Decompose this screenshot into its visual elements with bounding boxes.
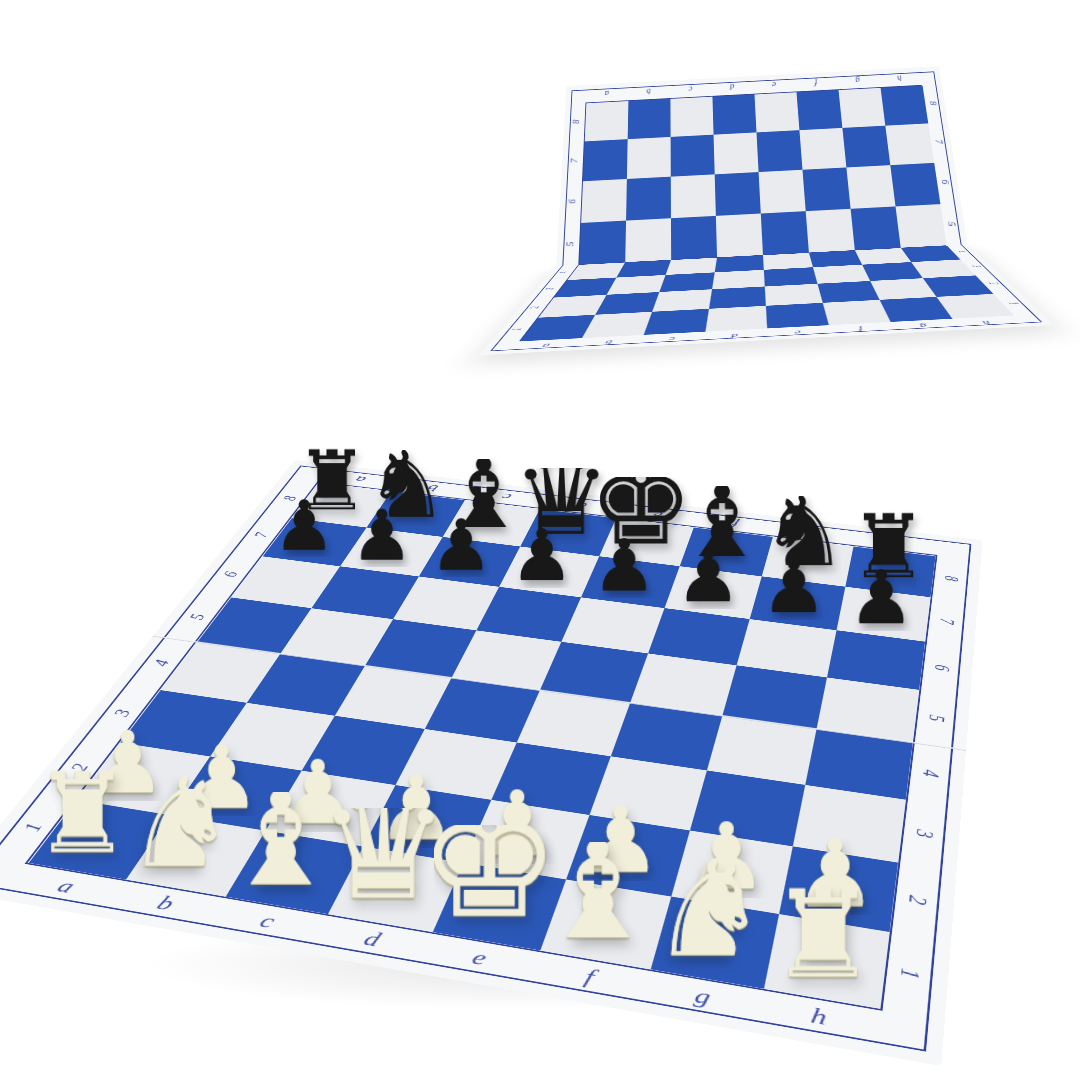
folded-rank-label-8: 8 [912,96,956,110]
folded-file-label-a: a [586,87,628,100]
folded-file-label-d: d [711,80,753,93]
folded-square-b6 [626,177,671,221]
folded-square-f7 [799,128,846,170]
folded-rank-label-5: 5 [929,216,976,232]
folded-file-label-f: f [794,76,837,89]
folded-square-c6 [671,174,716,218]
squares-grid [29,483,936,1009]
folded-square-b7 [627,137,671,179]
folded-file-label-c: c [669,82,711,95]
folded-file-label-e: e [753,78,795,91]
folded-square-d6 [715,172,761,216]
folded-square-e5 [761,211,809,257]
main-board-perspective: abcdefgh abcdefgh 87654321 87654321 ♜♞♝♛… [70,272,1010,1080]
folded-file-label-h: h [878,71,921,84]
folded-square-f6 [802,167,850,211]
folded-square-f5 [806,209,855,255]
folded-square-g5 [851,206,901,252]
folded-square-d7 [714,132,759,174]
folded-square-c5 [671,216,717,262]
folded-rank-label-6: 6 [923,174,969,189]
folded-rank-label-6: 6 [549,194,594,209]
folded-square-g8 [839,88,886,128]
folded-square-g6 [846,165,895,209]
folded-squares-grid [578,85,945,266]
folded-board-upper-perspective: abcdefgh87658765 [546,40,968,267]
folded-square-d5 [716,214,763,260]
folded-rank-label-5: 5 [546,236,592,252]
folded-square-e6 [759,170,806,214]
folded-rank-label-7: 7 [551,154,595,168]
folded-square-b5 [625,218,671,264]
folded-square-g7 [842,126,890,168]
folded-square-c8 [670,97,713,137]
folded-rank-label-8: 8 [554,115,597,129]
folded-square-b8 [628,99,671,139]
folded-square-f8 [797,90,843,130]
main-board: abcdefgh abcdefgh 87654321 87654321 ♜♞♝♛… [0,460,983,1066]
square-h4 [805,729,913,800]
product-photo-scene: abcdefgh87658765 abcdefgh43214321 abcdef… [0,0,1080,1080]
folded-square-c7 [671,135,715,177]
squares-area: ♜♞♝♛♚♝♞♜♟♟♟♟♟♟♟♟♟♟♟♟♟♟♟♟♜♞♝♛♚♝♞♜ [29,483,936,1009]
folded-square-e7 [756,130,802,172]
folded-file-label-g: g [836,74,879,87]
folded-rank-label-7: 7 [917,134,962,148]
folded-file-label-b: b [628,84,670,97]
folded-board-upper-half: abcdefgh87658765 [556,66,967,266]
folded-square-e8 [754,92,799,132]
folded-square-d8 [712,94,756,134]
